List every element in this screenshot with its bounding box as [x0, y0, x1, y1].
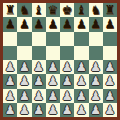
black-pawn[interactable]: ♟ [104, 18, 115, 30]
white-pawn[interactable]: ♟ [19, 104, 30, 116]
square-f1[interactable]: ♟ [74, 103, 88, 117]
square-a8[interactable]: ♜ [3, 3, 17, 17]
white-pawn[interactable]: ♟ [5, 61, 16, 73]
white-pawn[interactable]: ♟ [47, 61, 58, 73]
square-c2[interactable]: ♟ [32, 89, 46, 103]
square-f2[interactable]: ♟ [74, 89, 88, 103]
white-pawn[interactable]: ♟ [62, 75, 73, 87]
white-pawn[interactable]: ♟ [5, 75, 16, 87]
black-pawn[interactable]: ♟ [33, 18, 44, 30]
black-bishop[interactable]: ♝ [76, 4, 87, 16]
square-g8[interactable]: ♞ [89, 3, 103, 17]
black-pawn[interactable]: ♟ [19, 18, 30, 30]
white-pawn[interactable]: ♟ [62, 104, 73, 116]
black-king[interactable]: ♚ [62, 4, 73, 16]
white-pawn[interactable]: ♟ [33, 61, 44, 73]
square-c7[interactable]: ♟ [32, 17, 46, 31]
square-c4[interactable]: ♟ [32, 60, 46, 74]
square-f8[interactable]: ♝ [74, 3, 88, 17]
square-c6[interactable] [32, 32, 46, 46]
square-d6[interactable] [46, 32, 60, 46]
square-a1[interactable]: ♟ [3, 103, 17, 117]
square-e6[interactable] [60, 32, 74, 46]
white-pawn[interactable]: ♟ [19, 75, 30, 87]
square-e8[interactable]: ♚ [60, 3, 74, 17]
black-knight[interactable]: ♞ [19, 4, 30, 16]
white-pawn[interactable]: ♟ [90, 104, 101, 116]
square-f4[interactable]: ♟ [74, 60, 88, 74]
white-pawn[interactable]: ♟ [19, 90, 30, 102]
square-g2[interactable]: ♟ [89, 89, 103, 103]
square-b1[interactable]: ♟ [17, 103, 31, 117]
black-pawn[interactable]: ♟ [5, 18, 16, 30]
square-c1[interactable]: ♟ [32, 103, 46, 117]
square-e5[interactable] [60, 46, 74, 60]
square-a7[interactable]: ♟ [3, 17, 17, 31]
square-h1[interactable]: ♟ [103, 103, 117, 117]
square-e2[interactable]: ♟ [60, 89, 74, 103]
white-pawn[interactable]: ♟ [47, 104, 58, 116]
white-pawn[interactable]: ♟ [62, 90, 73, 102]
chess-board: ♜♞♝♛♚♝♞♜♟♟♟♟♟♟♟♟♟♟♟♟♟♟♟♟♟♟♟♟♟♟♟♟♟♟♟♟♟♟♟♟… [3, 3, 117, 117]
white-pawn[interactable]: ♟ [62, 61, 73, 73]
black-rook[interactable]: ♜ [5, 4, 16, 16]
square-d4[interactable]: ♟ [46, 60, 60, 74]
white-pawn[interactable]: ♟ [76, 90, 87, 102]
black-queen[interactable]: ♛ [47, 4, 58, 16]
square-f6[interactable] [74, 32, 88, 46]
square-h7[interactable]: ♟ [103, 17, 117, 31]
square-f5[interactable] [74, 46, 88, 60]
square-e7[interactable]: ♟ [60, 17, 74, 31]
square-g4[interactable]: ♟ [89, 60, 103, 74]
white-pawn[interactable]: ♟ [104, 104, 115, 116]
square-a5[interactable] [3, 46, 17, 60]
white-pawn[interactable]: ♟ [19, 61, 30, 73]
white-pawn[interactable]: ♟ [33, 104, 44, 116]
black-pawn[interactable]: ♟ [62, 18, 73, 30]
white-pawn[interactable]: ♟ [5, 90, 16, 102]
square-h3[interactable]: ♟ [103, 74, 117, 88]
square-b8[interactable]: ♞ [17, 3, 31, 17]
square-b7[interactable]: ♟ [17, 17, 31, 31]
black-knight[interactable]: ♞ [90, 4, 101, 16]
square-a4[interactable]: ♟ [3, 60, 17, 74]
square-b5[interactable] [17, 46, 31, 60]
square-b2[interactable]: ♟ [17, 89, 31, 103]
square-b4[interactable]: ♟ [17, 60, 31, 74]
white-pawn[interactable]: ♟ [5, 104, 16, 116]
square-a3[interactable]: ♟ [3, 74, 17, 88]
square-c3[interactable]: ♟ [32, 74, 46, 88]
square-b6[interactable] [17, 32, 31, 46]
black-pawn[interactable]: ♟ [76, 18, 87, 30]
square-e4[interactable]: ♟ [60, 60, 74, 74]
square-d7[interactable]: ♟ [46, 17, 60, 31]
black-bishop[interactable]: ♝ [33, 4, 44, 16]
square-h6[interactable] [103, 32, 117, 46]
square-c5[interactable] [32, 46, 46, 60]
white-pawn[interactable]: ♟ [104, 90, 115, 102]
square-a6[interactable] [3, 32, 17, 46]
square-g7[interactable]: ♟ [89, 17, 103, 31]
white-pawn[interactable]: ♟ [90, 90, 101, 102]
square-g1[interactable]: ♟ [89, 103, 103, 117]
square-d5[interactable] [46, 46, 60, 60]
square-g5[interactable] [89, 46, 103, 60]
black-pawn[interactable]: ♟ [90, 18, 101, 30]
square-g3[interactable]: ♟ [89, 74, 103, 88]
white-pawn[interactable]: ♟ [76, 104, 87, 116]
black-rook[interactable]: ♜ [104, 4, 115, 16]
white-pawn[interactable]: ♟ [33, 90, 44, 102]
white-pawn[interactable]: ♟ [76, 75, 87, 87]
white-pawn[interactable]: ♟ [76, 61, 87, 73]
square-g6[interactable] [89, 32, 103, 46]
square-d3[interactable]: ♟ [46, 74, 60, 88]
square-f3[interactable]: ♟ [74, 74, 88, 88]
square-f7[interactable]: ♟ [74, 17, 88, 31]
white-pawn[interactable]: ♟ [33, 75, 44, 87]
black-pawn[interactable]: ♟ [47, 18, 58, 30]
square-c8[interactable]: ♝ [32, 3, 46, 17]
white-pawn[interactable]: ♟ [90, 75, 101, 87]
square-e3[interactable]: ♟ [60, 74, 74, 88]
square-b3[interactable]: ♟ [17, 74, 31, 88]
square-a2[interactable]: ♟ [3, 89, 17, 103]
square-e1[interactable]: ♟ [60, 103, 74, 117]
white-pawn[interactable]: ♟ [104, 75, 115, 87]
white-pawn[interactable]: ♟ [90, 61, 101, 73]
square-d2[interactable]: ♟ [46, 89, 60, 103]
white-pawn[interactable]: ♟ [47, 90, 58, 102]
square-d8[interactable]: ♛ [46, 3, 60, 17]
chess-board-frame: ♜♞♝♛♚♝♞♜♟♟♟♟♟♟♟♟♟♟♟♟♟♟♟♟♟♟♟♟♟♟♟♟♟♟♟♟♟♟♟♟… [0, 0, 120, 120]
square-h4[interactable]: ♟ [103, 60, 117, 74]
square-h5[interactable] [103, 46, 117, 60]
square-h2[interactable]: ♟ [103, 89, 117, 103]
white-pawn[interactable]: ♟ [104, 61, 115, 73]
square-d1[interactable]: ♟ [46, 103, 60, 117]
square-h8[interactable]: ♜ [103, 3, 117, 17]
white-pawn[interactable]: ♟ [47, 75, 58, 87]
